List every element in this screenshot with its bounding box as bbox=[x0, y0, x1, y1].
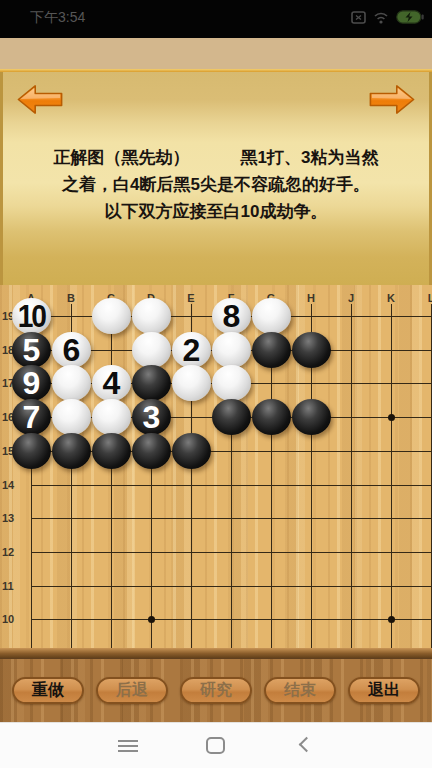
white-stone-C19[interactable] bbox=[92, 298, 131, 334]
board-edge bbox=[0, 648, 432, 658]
battery-charging-icon bbox=[396, 10, 424, 24]
black-stone-E15[interactable] bbox=[172, 433, 211, 469]
star-point-K10 bbox=[388, 616, 395, 623]
white-stone-E18[interactable]: 2 bbox=[172, 332, 211, 368]
home-icon[interactable] bbox=[206, 737, 225, 754]
problem-commentary: 正解图（黑先劫） 黑1打、3粘为当然 之着，白4断后黑5尖是不容疏忽的好手。 以… bbox=[21, 144, 411, 225]
go-board[interactable]: ABCDEFGHJKL19181716151413121110108562947… bbox=[0, 285, 432, 658]
button-后退[interactable]: 后退 bbox=[96, 677, 168, 704]
col-label-H: H bbox=[301, 292, 321, 304]
previous-problem-arrow-icon[interactable] bbox=[16, 83, 64, 116]
white-stone-F19[interactable]: 8 bbox=[212, 298, 251, 334]
black-stone-A17[interactable]: 9 bbox=[12, 365, 51, 401]
white-stone-B18[interactable]: 6 bbox=[52, 332, 91, 368]
move-number: 3 bbox=[143, 399, 161, 435]
white-stone-F17[interactable] bbox=[212, 365, 251, 401]
grid-vline bbox=[111, 304, 112, 648]
move-number: 5 bbox=[23, 332, 41, 368]
clock: 下午3:54 bbox=[30, 9, 85, 27]
black-stone-D16[interactable]: 3 bbox=[132, 399, 171, 435]
move-number: 4 bbox=[103, 365, 121, 401]
white-stone-D19[interactable] bbox=[132, 298, 171, 334]
wifi-icon bbox=[373, 11, 389, 24]
white-stone-D18[interactable] bbox=[132, 332, 171, 368]
sim-missing-icon bbox=[351, 11, 366, 24]
white-stone-F18[interactable] bbox=[212, 332, 251, 368]
android-navigation-bar bbox=[0, 722, 432, 768]
col-label-K: K bbox=[381, 292, 401, 304]
commentary-line: 之着，白4断后黑5尖是不容疏忽的好手。 bbox=[21, 171, 411, 198]
row-label-10: 10 bbox=[2, 613, 20, 625]
row-label-14: 14 bbox=[2, 479, 20, 491]
col-label-B: B bbox=[61, 292, 81, 304]
black-stone-F16[interactable] bbox=[212, 399, 251, 435]
star-point-D10 bbox=[148, 616, 155, 623]
row-label-11: 11 bbox=[2, 580, 20, 592]
move-number: 6 bbox=[63, 332, 81, 368]
move-number: 10 bbox=[18, 298, 45, 334]
button-退出[interactable]: 退出 bbox=[348, 677, 420, 704]
problem-panel: 正解图（黑先劫） 黑1打、3粘为当然 之着，白4断后黑5尖是不容疏忽的好手。 以… bbox=[0, 72, 432, 285]
status-icons bbox=[351, 10, 424, 24]
black-stone-A15[interactable] bbox=[12, 433, 51, 469]
header-painting bbox=[0, 38, 432, 69]
col-label-J: J bbox=[341, 292, 361, 304]
col-label-L: L bbox=[421, 292, 432, 304]
white-stone-B16[interactable] bbox=[52, 399, 91, 435]
black-stone-H16[interactable] bbox=[292, 399, 331, 435]
move-number: 9 bbox=[23, 365, 41, 401]
status-bar: 下午3:54 bbox=[0, 0, 432, 38]
button-重做[interactable]: 重做 bbox=[12, 677, 84, 704]
black-stone-D17[interactable] bbox=[132, 365, 171, 401]
commentary-line: 正解图（黑先劫） 黑1打、3粘为当然 bbox=[21, 144, 411, 171]
col-label-E: E bbox=[181, 292, 201, 304]
menu-icon[interactable] bbox=[118, 740, 138, 752]
black-stone-C15[interactable] bbox=[92, 433, 131, 469]
commentary-line: 以下双方应接至白10成劫争。 bbox=[21, 198, 411, 225]
button-结束[interactable]: 结束 bbox=[264, 677, 336, 704]
white-stone-C17[interactable]: 4 bbox=[92, 365, 131, 401]
row-label-13: 13 bbox=[2, 512, 20, 524]
white-stone-C16[interactable] bbox=[92, 399, 131, 435]
white-stone-A19[interactable]: 10 bbox=[12, 298, 51, 334]
grid-vline bbox=[351, 304, 352, 648]
black-stone-G16[interactable] bbox=[252, 399, 291, 435]
next-problem-arrow-icon[interactable] bbox=[368, 83, 416, 116]
back-icon[interactable] bbox=[299, 737, 315, 753]
grid-vline bbox=[391, 304, 392, 648]
black-stone-H18[interactable] bbox=[292, 332, 331, 368]
black-stone-D15[interactable] bbox=[132, 433, 171, 469]
move-number: 7 bbox=[23, 399, 41, 435]
control-button-bar: 重做后退研究结束退出 bbox=[0, 658, 432, 722]
white-stone-G19[interactable] bbox=[252, 298, 291, 334]
black-stone-B15[interactable] bbox=[52, 433, 91, 469]
app-screen: 下午3:54 bbox=[0, 0, 432, 768]
black-stone-G18[interactable] bbox=[252, 332, 291, 368]
move-number: 8 bbox=[223, 298, 241, 334]
white-stone-B17[interactable] bbox=[52, 365, 91, 401]
move-number: 2 bbox=[183, 332, 201, 368]
star-point-K16 bbox=[388, 414, 395, 421]
row-label-12: 12 bbox=[2, 546, 20, 558]
white-stone-E17[interactable] bbox=[172, 365, 211, 401]
button-研究[interactable]: 研究 bbox=[180, 677, 252, 704]
black-stone-A18[interactable]: 5 bbox=[12, 332, 51, 368]
black-stone-A16[interactable]: 7 bbox=[12, 399, 51, 435]
